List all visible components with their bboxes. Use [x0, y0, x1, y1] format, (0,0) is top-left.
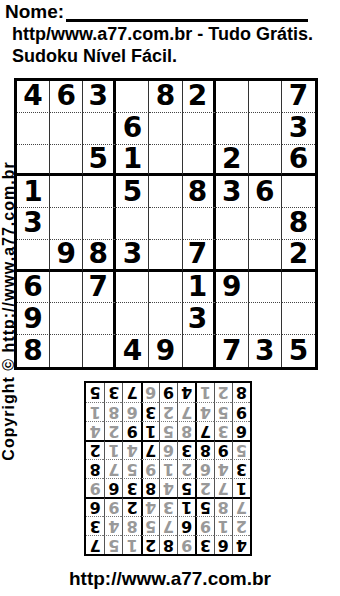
puzzle-cell-r2c8 — [249, 113, 282, 145]
puzzle-cell-r4c5 — [149, 176, 182, 208]
solution-cell-r8c9: 1 — [86, 402, 104, 421]
puzzle-cell-r9c2 — [50, 335, 83, 367]
solution-cell-r3c2: 8 — [214, 497, 232, 516]
puzzle-cell-r7c2 — [50, 272, 83, 304]
puzzle-cell-r8c3 — [83, 303, 116, 335]
solution-cell-r9c8: 3 — [104, 383, 122, 402]
sudoku-sheet: Nome: http/www.a77.com.br - Tudo Grátis.… — [0, 0, 340, 596]
solution-cell-r4c4: 5 — [177, 478, 195, 497]
solution-cell-r5c7: 5 — [122, 459, 140, 478]
puzzle-cell-r2c1 — [17, 113, 50, 145]
puzzle-cell-r1c6: 2 — [183, 81, 216, 113]
name-blank-line — [66, 1, 308, 22]
solution-cell-r1c5: 8 — [159, 535, 177, 554]
site-tagline: http/www.a77.com.br - Tudo Grátis. — [12, 24, 313, 45]
puzzle-cell-r8c6: 3 — [183, 303, 216, 335]
solution-cell-r3c6: 4 — [141, 497, 159, 516]
puzzle-cell-r7c9 — [282, 272, 315, 304]
puzzle-cell-r3c6 — [183, 145, 216, 177]
solution-cell-r4c3: 2 — [195, 478, 213, 497]
puzzle-cell-r2c6 — [183, 113, 216, 145]
solution-cell-r6c8: 1 — [104, 440, 122, 459]
puzzle-cell-r2c3 — [83, 113, 116, 145]
solution-cell-r8c2: 5 — [214, 402, 232, 421]
solution-cell-r5c9: 8 — [86, 459, 104, 478]
puzzle-cell-r8c2 — [50, 303, 83, 335]
solution-cell-r7c3: 7 — [195, 421, 213, 440]
solution-cell-r7c5: 5 — [159, 421, 177, 440]
puzzle-cell-r1c4 — [116, 81, 149, 113]
puzzle-level-title: Sudoku Nível Fácil. — [12, 46, 177, 67]
name-row: Nome: — [5, 1, 308, 22]
solution-cell-r1c6: 2 — [141, 535, 159, 554]
solution-cell-r2c5: 7 — [159, 516, 177, 535]
solution-cell-r3c1: 7 — [232, 497, 250, 516]
name-label: Nome: — [5, 2, 64, 22]
solution-cell-r4c2: 7 — [214, 478, 232, 497]
puzzle-cell-r4c1: 1 — [17, 176, 50, 208]
puzzle-cell-r5c8 — [249, 208, 282, 240]
puzzle-cell-r3c4: 1 — [116, 145, 149, 177]
solution-cell-r6c3: 8 — [195, 440, 213, 459]
puzzle-cell-r9c4: 4 — [116, 335, 149, 367]
solution-cell-r5c6: 9 — [141, 459, 159, 478]
footer-url: http://www.a77.com.br — [0, 568, 340, 590]
puzzle-cell-r3c7: 2 — [216, 145, 249, 177]
solution-cell-r4c9: 9 — [86, 478, 104, 497]
solution-cell-r9c9: 5 — [86, 383, 104, 402]
solution-cell-r5c3: 6 — [195, 459, 213, 478]
puzzle-cell-r2c2 — [50, 113, 83, 145]
solution-cell-r3c7: 2 — [122, 497, 140, 516]
puzzle-cell-r1c8 — [249, 81, 282, 113]
solution-cell-r8c4: 7 — [177, 402, 195, 421]
solution-cell-r3c8: 9 — [104, 497, 122, 516]
puzzle-cell-r6c5 — [149, 240, 182, 272]
solution-cell-r9c6: 6 — [141, 383, 159, 402]
solution-cell-r2c9: 3 — [86, 516, 104, 535]
solution-cell-r5c2: 4 — [214, 459, 232, 478]
puzzle-cell-r3c1 — [17, 145, 50, 177]
puzzle-cell-r5c1: 3 — [17, 208, 50, 240]
solution-cell-r4c6: 8 — [141, 478, 159, 497]
solution-cell-r6c5: 6 — [159, 440, 177, 459]
solution-cell-r8c7: 6 — [122, 402, 140, 421]
puzzle-cell-r6c1 — [17, 240, 50, 272]
solution-cell-r1c4: 9 — [177, 535, 195, 554]
puzzle-cell-r1c2: 6 — [50, 81, 83, 113]
solution-cell-r9c1: 8 — [232, 383, 250, 402]
puzzle-cell-r5c5 — [149, 208, 182, 240]
puzzle-cell-r1c5: 8 — [149, 81, 182, 113]
puzzle-cell-r7c7: 9 — [216, 272, 249, 304]
puzzle-cell-r4c9 — [282, 176, 315, 208]
puzzle-cell-r8c4 — [116, 303, 149, 335]
puzzle-cell-r4c6: 8 — [183, 176, 216, 208]
solution-cell-r1c7: 1 — [122, 535, 140, 554]
solution-cell-r7c7: 9 — [122, 421, 140, 440]
solution-cell-r9c3: 1 — [195, 383, 213, 402]
puzzle-cell-r8c1: 9 — [17, 303, 50, 335]
solution-cell-r7c1: 6 — [232, 421, 250, 440]
solution-cell-r4c8: 6 — [104, 478, 122, 497]
puzzle-cell-r5c4 — [116, 208, 149, 240]
solution-cell-r9c7: 7 — [122, 383, 140, 402]
solution-cell-r2c4: 6 — [177, 516, 195, 535]
puzzle-cell-r6c4: 3 — [116, 240, 149, 272]
solution-cell-r6c2: 9 — [214, 440, 232, 459]
puzzle-cell-r4c2 — [50, 176, 83, 208]
solution-cell-r1c8: 5 — [104, 535, 122, 554]
puzzle-cell-r4c4: 5 — [116, 176, 149, 208]
puzzle-cell-r9c9: 5 — [282, 335, 315, 367]
solution-cell-r9c2: 2 — [214, 383, 232, 402]
puzzle-cell-r5c3 — [83, 208, 116, 240]
puzzle-cell-r7c6: 1 — [183, 272, 216, 304]
solution-cell-r1c9: 7 — [86, 535, 104, 554]
puzzle-cell-r1c7 — [216, 81, 249, 113]
solution-cell-r6c6: 7 — [141, 440, 159, 459]
solution-cell-r2c6: 5 — [141, 516, 159, 535]
puzzle-cell-r1c1: 4 — [17, 81, 50, 113]
solution-cell-r2c2: 1 — [214, 516, 232, 535]
puzzle-cell-r5c2 — [50, 208, 83, 240]
puzzle-cell-r8c5 — [149, 303, 182, 335]
solution-cell-r9c4: 4 — [177, 383, 195, 402]
solution-cell-r2c3: 9 — [195, 516, 213, 535]
solution-cell-r5c5: 1 — [159, 459, 177, 478]
solution-cell-r3c3: 5 — [195, 497, 213, 516]
puzzle-cell-r3c3: 5 — [83, 145, 116, 177]
puzzle-cell-r3c5 — [149, 145, 182, 177]
sudoku-puzzle-grid: 463827635126158363898372671993849735 — [14, 78, 318, 370]
puzzle-cell-r2c7 — [216, 113, 249, 145]
puzzle-cell-r7c4 — [116, 272, 149, 304]
solution-cell-r1c2: 6 — [214, 535, 232, 554]
solution-cell-r1c3: 3 — [195, 535, 213, 554]
puzzle-cell-r6c6: 7 — [183, 240, 216, 272]
sudoku-solution-grid-rotated: 4639821572196758437851342961725483693462… — [84, 381, 252, 556]
solution-cell-r5c4: 2 — [177, 459, 195, 478]
puzzle-cell-r5c6 — [183, 208, 216, 240]
puzzle-cell-r5c9: 8 — [282, 208, 315, 240]
puzzle-cell-r8c7 — [216, 303, 249, 335]
puzzle-cell-r7c1: 6 — [17, 272, 50, 304]
puzzle-cell-r8c8 — [249, 303, 282, 335]
solution-cell-r7c4: 8 — [177, 421, 195, 440]
solution-cell-r6c7: 4 — [122, 440, 140, 459]
solution-cell-r4c1: 1 — [232, 478, 250, 497]
solution-cell-r8c3: 4 — [195, 402, 213, 421]
puzzle-cell-r7c3: 7 — [83, 272, 116, 304]
puzzle-cell-r6c3: 8 — [83, 240, 116, 272]
puzzle-cell-r3c2 — [50, 145, 83, 177]
solution-cell-r5c8: 7 — [104, 459, 122, 478]
solution-cell-r3c9: 6 — [86, 497, 104, 516]
solution-cell-r6c1: 5 — [232, 440, 250, 459]
puzzle-cell-r6c9: 2 — [282, 240, 315, 272]
puzzle-cell-r9c8: 3 — [249, 335, 282, 367]
puzzle-cell-r9c1: 8 — [17, 335, 50, 367]
puzzle-cell-r4c3 — [83, 176, 116, 208]
solution-cell-r9c5: 9 — [159, 383, 177, 402]
puzzle-cell-r7c5 — [149, 272, 182, 304]
puzzle-cell-r4c8: 6 — [249, 176, 282, 208]
solution-cell-r8c8: 8 — [104, 402, 122, 421]
solution-cell-r2c1: 2 — [232, 516, 250, 535]
puzzle-cell-r2c9: 3 — [282, 113, 315, 145]
solution-cell-r4c5: 4 — [159, 478, 177, 497]
solution-cell-r6c4: 3 — [177, 440, 195, 459]
solution-cell-r8c1: 9 — [232, 402, 250, 421]
puzzle-cell-r2c4: 6 — [116, 113, 149, 145]
solution-cell-r2c8: 4 — [104, 516, 122, 535]
puzzle-cell-r1c3: 3 — [83, 81, 116, 113]
puzzle-cell-r9c6 — [183, 335, 216, 367]
solution-cell-r8c6: 3 — [141, 402, 159, 421]
puzzle-cell-r6c7 — [216, 240, 249, 272]
puzzle-cell-r9c7: 7 — [216, 335, 249, 367]
solution-cell-r3c5: 3 — [159, 497, 177, 516]
puzzle-cell-r8c9 — [282, 303, 315, 335]
puzzle-cell-r6c8 — [249, 240, 282, 272]
puzzle-cell-r9c3 — [83, 335, 116, 367]
puzzle-cell-r7c8 — [249, 272, 282, 304]
puzzle-cell-r3c8 — [249, 145, 282, 177]
solution-cell-r1c1: 4 — [232, 535, 250, 554]
solution-cell-r2c7: 8 — [122, 516, 140, 535]
puzzle-cell-r1c9: 7 — [282, 81, 315, 113]
puzzle-cell-r2c5 — [149, 113, 182, 145]
solution-cell-r4c7: 3 — [122, 478, 140, 497]
puzzle-cell-r5c7 — [216, 208, 249, 240]
puzzle-cell-r4c7: 3 — [216, 176, 249, 208]
solution-cell-r7c6: 1 — [141, 421, 159, 440]
solution-cell-r6c9: 2 — [86, 440, 104, 459]
solution-cell-r7c9: 4 — [86, 421, 104, 440]
puzzle-cell-r9c5: 9 — [149, 335, 182, 367]
puzzle-cell-r6c2: 9 — [50, 240, 83, 272]
puzzle-cell-r3c9: 6 — [282, 145, 315, 177]
solution-cell-r7c2: 3 — [214, 421, 232, 440]
solution-cell-r5c1: 3 — [232, 459, 250, 478]
solution-cell-r7c8: 2 — [104, 421, 122, 440]
solution-cell-r3c4: 1 — [177, 497, 195, 516]
solution-cell-r8c5: 2 — [159, 402, 177, 421]
